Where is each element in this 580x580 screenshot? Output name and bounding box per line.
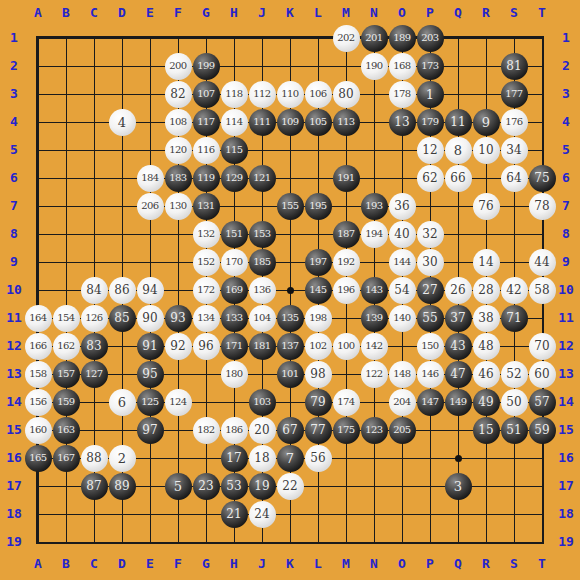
stone-black-Q12: 43 bbox=[445, 333, 472, 360]
col-label-top-S: S bbox=[500, 4, 528, 22]
row-label-left-12: 12 bbox=[2, 332, 26, 360]
row-label-left-17: 17 bbox=[2, 472, 26, 500]
stone-white-R7: 76 bbox=[473, 193, 500, 220]
move-number: 90 bbox=[142, 312, 157, 324]
row-label-left-1: 1 bbox=[2, 24, 26, 52]
col-label-bottom-H: H bbox=[220, 555, 248, 573]
stone-black-G6: 119 bbox=[193, 165, 220, 192]
col-label-bottom-L: L bbox=[304, 555, 332, 573]
stone-black-R4: 9 bbox=[473, 109, 500, 136]
row-label-right-11: 11 bbox=[554, 304, 578, 332]
stone-black-H16: 17 bbox=[221, 445, 248, 472]
stone-black-S11: 71 bbox=[501, 305, 528, 332]
move-number: 107 bbox=[197, 89, 214, 99]
stone-white-Q5: 8 bbox=[445, 137, 472, 164]
move-number: 189 bbox=[393, 33, 410, 43]
row-label-right-18: 18 bbox=[554, 500, 578, 528]
stone-black-J8: 153 bbox=[249, 221, 276, 248]
move-number: 190 bbox=[365, 61, 382, 71]
move-number: 37 bbox=[450, 312, 465, 324]
move-number: 118 bbox=[225, 89, 242, 99]
move-number: 121 bbox=[253, 173, 270, 183]
move-number: 113 bbox=[337, 117, 354, 127]
move-number: 47 bbox=[450, 368, 465, 380]
stone-white-H15: 186 bbox=[221, 417, 248, 444]
col-label-bottom-M: M bbox=[332, 555, 360, 573]
stone-black-K15: 67 bbox=[277, 417, 304, 444]
move-number: 144 bbox=[393, 257, 410, 267]
move-number: 105 bbox=[309, 117, 326, 127]
stone-black-T15: 59 bbox=[529, 417, 556, 444]
move-number: 28 bbox=[478, 284, 493, 296]
stone-white-M9: 192 bbox=[333, 249, 360, 276]
move-number: 77 bbox=[310, 424, 325, 436]
stone-black-J4: 111 bbox=[249, 109, 276, 136]
move-number: 172 bbox=[197, 285, 214, 295]
col-label-top-N: N bbox=[360, 4, 388, 22]
col-label-top-C: C bbox=[80, 4, 108, 22]
stone-black-J9: 185 bbox=[249, 249, 276, 276]
col-label-top-B: B bbox=[52, 4, 80, 22]
stone-black-R15: 15 bbox=[473, 417, 500, 444]
move-number: 136 bbox=[253, 285, 270, 295]
stone-white-L11: 198 bbox=[305, 305, 332, 332]
move-number: 124 bbox=[169, 397, 186, 407]
stone-white-N13: 122 bbox=[361, 361, 388, 388]
stone-white-D10: 86 bbox=[109, 277, 136, 304]
stone-white-M14: 174 bbox=[333, 389, 360, 416]
move-number: 183 bbox=[169, 173, 186, 183]
stone-black-H5: 115 bbox=[221, 137, 248, 164]
move-number: 36 bbox=[394, 200, 409, 212]
move-number: 111 bbox=[253, 117, 270, 127]
stone-black-D11: 85 bbox=[109, 305, 136, 332]
move-number: 89 bbox=[114, 480, 129, 492]
move-number: 44 bbox=[534, 256, 549, 268]
move-number: 182 bbox=[197, 425, 214, 435]
stone-black-L10: 145 bbox=[305, 277, 332, 304]
stone-black-E15: 97 bbox=[137, 417, 164, 444]
stone-black-K12: 137 bbox=[277, 333, 304, 360]
move-number: 100 bbox=[337, 341, 354, 351]
move-number: 200 bbox=[169, 61, 186, 71]
move-number: 148 bbox=[393, 369, 410, 379]
stone-black-E12: 91 bbox=[137, 333, 164, 360]
move-number: 6 bbox=[118, 396, 126, 409]
stone-black-L7: 195 bbox=[305, 193, 332, 220]
move-number: 82 bbox=[170, 88, 185, 100]
move-number: 60 bbox=[534, 368, 549, 380]
col-label-top-G: G bbox=[192, 4, 220, 22]
move-number: 185 bbox=[253, 257, 270, 267]
stone-white-T13: 60 bbox=[529, 361, 556, 388]
move-number: 204 bbox=[393, 397, 410, 407]
move-number: 181 bbox=[253, 341, 270, 351]
move-number: 97 bbox=[142, 424, 157, 436]
move-number: 88 bbox=[86, 452, 101, 464]
move-number: 22 bbox=[282, 480, 297, 492]
move-number: 122 bbox=[365, 369, 382, 379]
col-label-bottom-J: J bbox=[248, 555, 276, 573]
move-number: 114 bbox=[225, 117, 242, 127]
move-number: 120 bbox=[169, 145, 186, 155]
stone-black-B14: 159 bbox=[53, 389, 80, 416]
stone-white-R9: 14 bbox=[473, 249, 500, 276]
col-label-bottom-K: K bbox=[276, 555, 304, 573]
stone-black-H18: 21 bbox=[221, 501, 248, 528]
stone-white-J15: 20 bbox=[249, 417, 276, 444]
move-number: 102 bbox=[309, 341, 326, 351]
move-number: 85 bbox=[114, 312, 129, 324]
col-label-top-H: H bbox=[220, 4, 248, 22]
row-label-left-8: 8 bbox=[2, 220, 26, 248]
row-label-right-6: 6 bbox=[554, 164, 578, 192]
stone-black-H12: 171 bbox=[221, 333, 248, 360]
stone-white-G9: 152 bbox=[193, 249, 220, 276]
move-number: 194 bbox=[365, 229, 382, 239]
stone-white-P5: 12 bbox=[417, 137, 444, 164]
move-number: 79 bbox=[310, 396, 325, 408]
move-number: 71 bbox=[506, 312, 521, 324]
stone-black-S2: 81 bbox=[501, 53, 528, 80]
move-number: 171 bbox=[225, 341, 242, 351]
move-number: 119 bbox=[197, 173, 214, 183]
move-number: 51 bbox=[506, 424, 521, 436]
stone-white-S14: 50 bbox=[501, 389, 528, 416]
stone-black-G3: 107 bbox=[193, 81, 220, 108]
stone-black-P2: 173 bbox=[417, 53, 444, 80]
stone-black-A16: 165 bbox=[25, 445, 52, 472]
stone-white-C11: 126 bbox=[81, 305, 108, 332]
move-number: 109 bbox=[281, 117, 298, 127]
move-number: 84 bbox=[86, 284, 101, 296]
move-number: 59 bbox=[534, 424, 549, 436]
row-label-left-14: 14 bbox=[2, 388, 26, 416]
move-number: 174 bbox=[337, 397, 354, 407]
stone-black-N15: 123 bbox=[361, 417, 388, 444]
stone-black-B13: 157 bbox=[53, 361, 80, 388]
stone-black-J6: 121 bbox=[249, 165, 276, 192]
row-label-left-11: 11 bbox=[2, 304, 26, 332]
move-number: 94 bbox=[142, 284, 157, 296]
move-number: 8 bbox=[454, 144, 462, 157]
stone-black-C13: 127 bbox=[81, 361, 108, 388]
stone-black-H8: 151 bbox=[221, 221, 248, 248]
move-number: 151 bbox=[225, 229, 242, 239]
move-number: 125 bbox=[141, 397, 158, 407]
row-label-right-5: 5 bbox=[554, 136, 578, 164]
move-number: 14 bbox=[478, 256, 493, 268]
row-label-left-6: 6 bbox=[2, 164, 26, 192]
move-number: 75 bbox=[534, 172, 549, 184]
move-number: 156 bbox=[29, 397, 46, 407]
col-label-top-T: T bbox=[528, 4, 556, 22]
row-label-right-15: 15 bbox=[554, 416, 578, 444]
stone-white-M1: 202 bbox=[333, 25, 360, 52]
move-number: 145 bbox=[309, 285, 326, 295]
col-label-bottom-P: P bbox=[416, 555, 444, 573]
stone-white-T10: 58 bbox=[529, 277, 556, 304]
stone-black-N1: 201 bbox=[361, 25, 388, 52]
stone-white-T9: 44 bbox=[529, 249, 556, 276]
stone-white-P13: 146 bbox=[417, 361, 444, 388]
col-label-top-Q: Q bbox=[444, 4, 472, 22]
move-number: 154 bbox=[57, 313, 74, 323]
row-label-left-7: 7 bbox=[2, 192, 26, 220]
move-number: 95 bbox=[142, 368, 157, 380]
stone-white-H9: 170 bbox=[221, 249, 248, 276]
stone-black-G2: 199 bbox=[193, 53, 220, 80]
stone-white-H3: 118 bbox=[221, 81, 248, 108]
stone-white-F7: 130 bbox=[165, 193, 192, 220]
stone-white-R12: 48 bbox=[473, 333, 500, 360]
stone-white-F5: 120 bbox=[165, 137, 192, 164]
move-number: 32 bbox=[422, 228, 437, 240]
move-number: 78 bbox=[534, 200, 549, 212]
move-number: 62 bbox=[422, 172, 437, 184]
move-number: 103 bbox=[253, 397, 270, 407]
stone-white-M12: 100 bbox=[333, 333, 360, 360]
move-number: 158 bbox=[29, 369, 46, 379]
move-number: 80 bbox=[338, 88, 353, 100]
stone-white-O11: 140 bbox=[389, 305, 416, 332]
stone-black-C17: 87 bbox=[81, 473, 108, 500]
stone-black-S3: 177 bbox=[501, 81, 528, 108]
move-number: 187 bbox=[337, 229, 354, 239]
move-number: 140 bbox=[393, 313, 410, 323]
row-label-left-5: 5 bbox=[2, 136, 26, 164]
move-number: 23 bbox=[198, 480, 213, 492]
stone-white-J11: 104 bbox=[249, 305, 276, 332]
stone-black-K7: 155 bbox=[277, 193, 304, 220]
stone-black-G17: 23 bbox=[193, 473, 220, 500]
move-number: 91 bbox=[142, 340, 157, 352]
stone-white-O8: 40 bbox=[389, 221, 416, 248]
row-label-right-10: 10 bbox=[554, 276, 578, 304]
stone-black-P4: 179 bbox=[417, 109, 444, 136]
stone-black-Q14: 149 bbox=[445, 389, 472, 416]
stone-white-G15: 182 bbox=[193, 417, 220, 444]
move-number: 86 bbox=[114, 284, 129, 296]
stone-black-L4: 105 bbox=[305, 109, 332, 136]
move-number: 152 bbox=[197, 257, 214, 267]
move-number: 76 bbox=[478, 200, 493, 212]
move-number: 92 bbox=[170, 340, 185, 352]
move-number: 55 bbox=[422, 312, 437, 324]
move-number: 178 bbox=[393, 89, 410, 99]
stone-white-N2: 190 bbox=[361, 53, 388, 80]
stone-black-K16: 7 bbox=[277, 445, 304, 472]
move-number: 66 bbox=[450, 172, 465, 184]
stone-white-J10: 136 bbox=[249, 277, 276, 304]
move-number: 157 bbox=[57, 369, 74, 379]
col-label-top-K: K bbox=[276, 4, 304, 22]
move-number: 175 bbox=[337, 425, 354, 435]
move-number: 96 bbox=[198, 340, 213, 352]
row-label-right-17: 17 bbox=[554, 472, 578, 500]
col-label-bottom-S: S bbox=[500, 555, 528, 573]
move-number: 30 bbox=[422, 256, 437, 268]
move-number: 50 bbox=[506, 396, 521, 408]
stone-white-C10: 84 bbox=[81, 277, 108, 304]
stone-black-N7: 193 bbox=[361, 193, 388, 220]
stone-white-Q6: 66 bbox=[445, 165, 472, 192]
col-label-top-R: R bbox=[472, 4, 500, 22]
star-point-Q16 bbox=[455, 455, 462, 462]
stone-black-K11: 135 bbox=[277, 305, 304, 332]
move-number: 202 bbox=[337, 33, 354, 43]
stone-black-Q4: 11 bbox=[445, 109, 472, 136]
stone-black-M15: 175 bbox=[333, 417, 360, 444]
stone-black-H11: 133 bbox=[221, 305, 248, 332]
stone-black-M4: 113 bbox=[333, 109, 360, 136]
move-number: 165 bbox=[29, 453, 46, 463]
stone-white-D16: 2 bbox=[109, 445, 136, 472]
stone-black-L15: 77 bbox=[305, 417, 332, 444]
move-number: 186 bbox=[225, 425, 242, 435]
stone-white-G8: 132 bbox=[193, 221, 220, 248]
stone-white-A11: 164 bbox=[25, 305, 52, 332]
stone-white-S4: 176 bbox=[501, 109, 528, 136]
row-label-left-2: 2 bbox=[2, 52, 26, 80]
go-game-record-screen: AABBCCDDEEFFGGHHJJKKLLMMNNOOPPQQRRSSTT11… bbox=[0, 0, 580, 580]
move-number: 139 bbox=[365, 313, 382, 323]
stone-black-J17: 19 bbox=[249, 473, 276, 500]
move-number: 57 bbox=[534, 396, 549, 408]
stone-black-M6: 191 bbox=[333, 165, 360, 192]
move-number: 27 bbox=[422, 284, 437, 296]
stone-white-F14: 124 bbox=[165, 389, 192, 416]
move-number: 43 bbox=[450, 340, 465, 352]
move-number: 15 bbox=[478, 424, 493, 436]
move-number: 38 bbox=[478, 312, 493, 324]
stone-black-Q17: 3 bbox=[445, 473, 472, 500]
stone-white-A12: 166 bbox=[25, 333, 52, 360]
stone-white-E6: 184 bbox=[137, 165, 164, 192]
move-number: 42 bbox=[506, 284, 521, 296]
stone-white-M3: 80 bbox=[333, 81, 360, 108]
stone-white-B11: 154 bbox=[53, 305, 80, 332]
stone-black-O15: 205 bbox=[389, 417, 416, 444]
move-number: 177 bbox=[505, 89, 522, 99]
col-label-top-E: E bbox=[136, 4, 164, 22]
stone-black-L14: 79 bbox=[305, 389, 332, 416]
move-number: 150 bbox=[421, 341, 438, 351]
stone-white-O10: 54 bbox=[389, 277, 416, 304]
stone-white-H13: 180 bbox=[221, 361, 248, 388]
move-number: 173 bbox=[421, 61, 438, 71]
stone-white-S5: 34 bbox=[501, 137, 528, 164]
stone-white-O13: 148 bbox=[389, 361, 416, 388]
move-number: 115 bbox=[225, 145, 242, 155]
stone-black-L9: 197 bbox=[305, 249, 332, 276]
move-number: 167 bbox=[57, 453, 74, 463]
stone-black-O1: 189 bbox=[389, 25, 416, 52]
move-number: 196 bbox=[337, 285, 354, 295]
stone-black-O4: 13 bbox=[389, 109, 416, 136]
stone-white-F4: 108 bbox=[165, 109, 192, 136]
col-label-bottom-N: N bbox=[360, 555, 388, 573]
stone-white-F3: 82 bbox=[165, 81, 192, 108]
move-number: 203 bbox=[421, 33, 438, 43]
col-label-bottom-E: E bbox=[136, 555, 164, 573]
stone-black-P1: 203 bbox=[417, 25, 444, 52]
move-number: 192 bbox=[337, 257, 354, 267]
col-label-bottom-G: G bbox=[192, 555, 220, 573]
move-number: 67 bbox=[282, 424, 297, 436]
move-number: 164 bbox=[29, 313, 46, 323]
move-number: 132 bbox=[197, 229, 214, 239]
stone-white-O7: 36 bbox=[389, 193, 416, 220]
move-number: 129 bbox=[225, 173, 242, 183]
move-number: 197 bbox=[309, 257, 326, 267]
stone-white-F2: 200 bbox=[165, 53, 192, 80]
col-label-top-J: J bbox=[248, 4, 276, 22]
move-number: 1 bbox=[426, 88, 434, 101]
move-number: 18 bbox=[254, 452, 269, 464]
move-number: 19 bbox=[254, 480, 269, 492]
move-number: 153 bbox=[253, 229, 270, 239]
move-number: 162 bbox=[57, 341, 74, 351]
col-label-bottom-R: R bbox=[472, 555, 500, 573]
row-label-right-2: 2 bbox=[554, 52, 578, 80]
move-number: 147 bbox=[421, 397, 438, 407]
move-number: 166 bbox=[29, 341, 46, 351]
stone-black-E13: 95 bbox=[137, 361, 164, 388]
stone-white-L13: 98 bbox=[305, 361, 332, 388]
move-number: 20 bbox=[254, 424, 269, 436]
row-label-left-4: 4 bbox=[2, 108, 26, 136]
move-number: 170 bbox=[225, 257, 242, 267]
stone-black-H10: 169 bbox=[221, 277, 248, 304]
stone-white-J3: 112 bbox=[249, 81, 276, 108]
move-number: 168 bbox=[393, 61, 410, 71]
stone-white-F12: 92 bbox=[165, 333, 192, 360]
stone-white-D4: 4 bbox=[109, 109, 136, 136]
stone-white-E11: 90 bbox=[137, 305, 164, 332]
move-number: 143 bbox=[365, 285, 382, 295]
row-label-right-1: 1 bbox=[554, 24, 578, 52]
stone-black-F11: 93 bbox=[165, 305, 192, 332]
move-number: 2 bbox=[118, 452, 126, 465]
move-number: 9 bbox=[482, 116, 490, 129]
stone-black-N11: 139 bbox=[361, 305, 388, 332]
move-number: 58 bbox=[534, 284, 549, 296]
stone-black-Q13: 47 bbox=[445, 361, 472, 388]
move-number: 127 bbox=[85, 369, 102, 379]
move-number: 87 bbox=[86, 480, 101, 492]
stone-white-E7: 206 bbox=[137, 193, 164, 220]
stone-white-P9: 30 bbox=[417, 249, 444, 276]
row-label-right-19: 19 bbox=[554, 528, 578, 556]
stone-black-K4: 109 bbox=[277, 109, 304, 136]
stone-black-G7: 131 bbox=[193, 193, 220, 220]
move-number: 21 bbox=[226, 508, 241, 520]
move-number: 137 bbox=[281, 341, 298, 351]
row-label-right-9: 9 bbox=[554, 248, 578, 276]
stone-white-S13: 52 bbox=[501, 361, 528, 388]
stone-black-R14: 49 bbox=[473, 389, 500, 416]
stone-black-C12: 83 bbox=[81, 333, 108, 360]
move-number: 70 bbox=[534, 340, 549, 352]
col-label-bottom-F: F bbox=[164, 555, 192, 573]
stone-white-G12: 96 bbox=[193, 333, 220, 360]
stone-white-L16: 56 bbox=[305, 445, 332, 472]
move-number: 131 bbox=[197, 201, 214, 211]
col-label-top-D: D bbox=[108, 4, 136, 22]
row-label-right-14: 14 bbox=[554, 388, 578, 416]
move-number: 193 bbox=[365, 201, 382, 211]
